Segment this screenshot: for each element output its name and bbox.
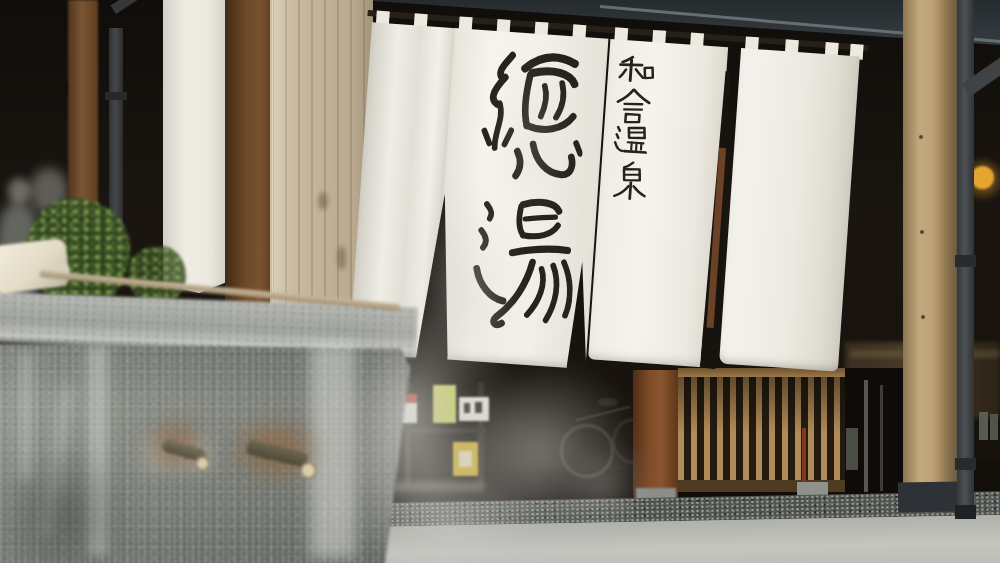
downpipe-collar <box>955 255 976 267</box>
window-light-slit <box>880 385 883 491</box>
pillar-bolt <box>921 315 925 319</box>
window-light-patch <box>990 414 998 440</box>
downpipe-collar <box>955 458 976 470</box>
left-wood-post <box>68 0 98 216</box>
window-light-patch <box>846 428 858 470</box>
downpipe-base <box>955 505 976 519</box>
onsen-entrance-photo: 総湯 <box>0 0 1000 563</box>
right-wood-pillar <box>903 0 957 510</box>
pillar-bolt <box>919 135 923 139</box>
wakura-onsen-calligraphy <box>607 52 657 208</box>
wood-knot <box>337 246 346 270</box>
round-lamp <box>971 166 994 189</box>
corner-pillar-shaded-face <box>225 0 274 310</box>
downpipe-bracket <box>105 92 127 100</box>
round-lamp-blur <box>8 178 30 204</box>
noren-panel-plain-right <box>719 48 860 372</box>
pillar-corner-highlight <box>270 0 273 310</box>
window-light-slit <box>864 380 868 492</box>
bamboo-spout-tip <box>195 456 210 471</box>
window-light-patch <box>979 412 988 440</box>
hanging-cord <box>802 428 806 486</box>
basin-shadow <box>0 446 132 563</box>
wood-knot <box>318 192 328 210</box>
pillar-base-plate <box>898 481 961 512</box>
steam-plume <box>560 440 650 530</box>
pillar-bolt <box>920 230 924 234</box>
steam-plume <box>492 52 572 222</box>
